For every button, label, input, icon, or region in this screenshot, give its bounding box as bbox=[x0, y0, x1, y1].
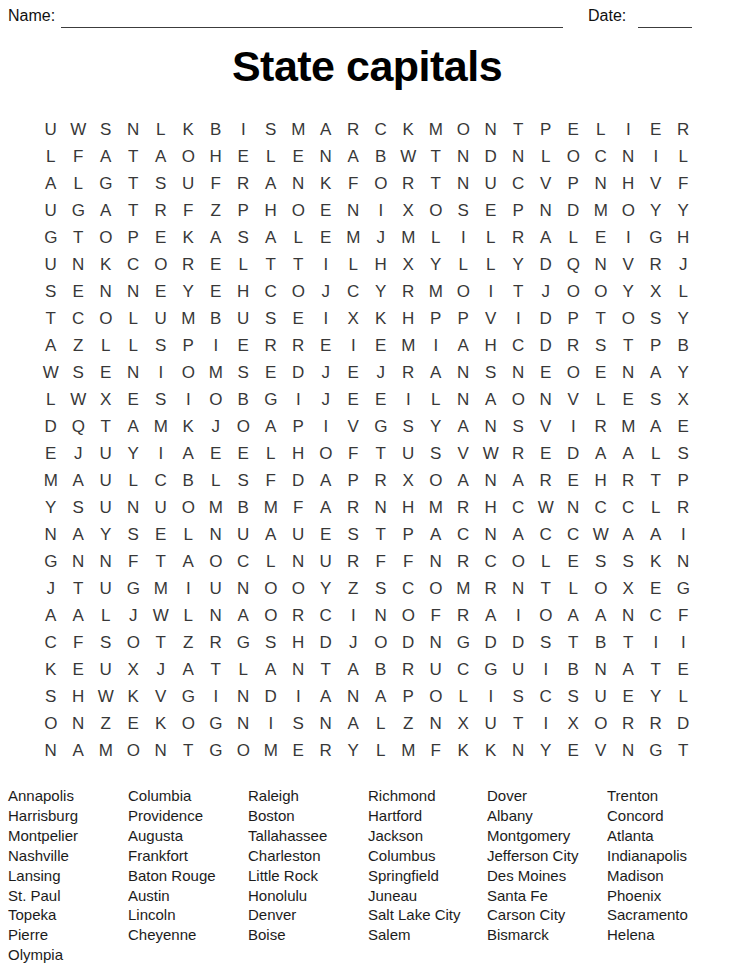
grid-cell[interactable]: M bbox=[92, 737, 120, 764]
grid-cell[interactable]: N bbox=[285, 548, 313, 575]
grid-cell[interactable]: F bbox=[65, 143, 93, 170]
grid-cell[interactable]: F bbox=[670, 602, 698, 629]
grid-cell[interactable]: L bbox=[587, 386, 615, 413]
grid-cell[interactable]: Y bbox=[367, 278, 395, 305]
grid-cell[interactable]: C bbox=[230, 548, 258, 575]
grid-cell[interactable]: T bbox=[65, 224, 93, 251]
grid-cell[interactable]: R bbox=[670, 116, 698, 143]
grid-cell[interactable]: R bbox=[670, 494, 698, 521]
grid-cell[interactable]: O bbox=[367, 170, 395, 197]
grid-cell[interactable]: O bbox=[147, 251, 175, 278]
grid-cell[interactable]: O bbox=[175, 143, 203, 170]
grid-cell[interactable]: M bbox=[615, 413, 643, 440]
grid-cell[interactable]: E bbox=[92, 359, 120, 386]
grid-cell[interactable]: I bbox=[257, 710, 285, 737]
grid-cell[interactable]: O bbox=[560, 278, 588, 305]
grid-cell[interactable]: R bbox=[477, 575, 505, 602]
grid-cell[interactable]: T bbox=[147, 629, 175, 656]
grid-cell[interactable]: Y bbox=[37, 494, 65, 521]
grid-cell[interactable]: L bbox=[37, 143, 65, 170]
grid-cell[interactable]: C bbox=[257, 278, 285, 305]
grid-cell[interactable]: E bbox=[670, 656, 698, 683]
grid-cell[interactable]: N bbox=[532, 197, 560, 224]
grid-cell[interactable]: A bbox=[257, 170, 285, 197]
grid-cell[interactable]: M bbox=[395, 332, 423, 359]
grid-cell[interactable]: J bbox=[202, 413, 230, 440]
date-input-line[interactable] bbox=[638, 27, 692, 28]
grid-cell[interactable]: V bbox=[340, 413, 368, 440]
grid-cell[interactable]: P bbox=[395, 683, 423, 710]
grid-cell[interactable]: L bbox=[642, 494, 670, 521]
grid-cell[interactable]: A bbox=[450, 413, 478, 440]
grid-cell[interactable]: Y bbox=[670, 359, 698, 386]
grid-cell[interactable]: V bbox=[477, 305, 505, 332]
grid-cell[interactable]: E bbox=[477, 197, 505, 224]
grid-cell[interactable]: K bbox=[367, 305, 395, 332]
grid-cell[interactable]: B bbox=[367, 143, 395, 170]
grid-cell[interactable]: N bbox=[312, 710, 340, 737]
grid-cell[interactable]: T bbox=[120, 197, 148, 224]
grid-cell[interactable]: M bbox=[450, 575, 478, 602]
grid-cell[interactable]: N bbox=[285, 170, 313, 197]
grid-cell[interactable]: S bbox=[670, 440, 698, 467]
grid-cell[interactable]: T bbox=[37, 305, 65, 332]
grid-cell[interactable]: S bbox=[340, 521, 368, 548]
grid-cell[interactable]: L bbox=[92, 332, 120, 359]
grid-cell[interactable]: K bbox=[477, 737, 505, 764]
grid-cell[interactable]: N bbox=[587, 251, 615, 278]
grid-cell[interactable]: A bbox=[37, 332, 65, 359]
grid-cell[interactable]: N bbox=[230, 710, 258, 737]
grid-cell[interactable]: P bbox=[120, 224, 148, 251]
grid-cell[interactable]: X bbox=[395, 251, 423, 278]
grid-cell[interactable]: N bbox=[92, 278, 120, 305]
grid-cell[interactable]: I bbox=[147, 440, 175, 467]
grid-cell[interactable]: E bbox=[202, 251, 230, 278]
grid-cell[interactable]: F bbox=[257, 467, 285, 494]
grid-cell[interactable]: L bbox=[120, 332, 148, 359]
grid-cell[interactable]: S bbox=[230, 359, 258, 386]
grid-cell[interactable]: W bbox=[37, 359, 65, 386]
grid-cell[interactable]: W bbox=[92, 683, 120, 710]
grid-cell[interactable]: G bbox=[65, 197, 93, 224]
grid-cell[interactable]: C bbox=[505, 170, 533, 197]
grid-cell[interactable]: N bbox=[615, 602, 643, 629]
grid-cell[interactable]: E bbox=[147, 224, 175, 251]
grid-cell[interactable]: O bbox=[285, 278, 313, 305]
grid-cell[interactable]: A bbox=[477, 602, 505, 629]
grid-cell[interactable]: N bbox=[505, 737, 533, 764]
grid-cell[interactable]: D bbox=[532, 305, 560, 332]
grid-cell[interactable]: U bbox=[37, 116, 65, 143]
grid-cell[interactable]: E bbox=[615, 683, 643, 710]
grid-cell[interactable]: R bbox=[257, 332, 285, 359]
grid-cell[interactable]: A bbox=[37, 602, 65, 629]
grid-cell[interactable]: V bbox=[532, 170, 560, 197]
grid-cell[interactable]: M bbox=[340, 224, 368, 251]
grid-cell[interactable]: U bbox=[202, 575, 230, 602]
grid-cell[interactable]: H bbox=[670, 224, 698, 251]
grid-cell[interactable]: Z bbox=[65, 332, 93, 359]
grid-cell[interactable]: O bbox=[505, 386, 533, 413]
grid-cell[interactable]: O bbox=[285, 197, 313, 224]
grid-cell[interactable]: N bbox=[65, 548, 93, 575]
grid-cell[interactable]: G bbox=[367, 413, 395, 440]
grid-cell[interactable]: H bbox=[395, 494, 423, 521]
grid-cell[interactable]: F bbox=[120, 548, 148, 575]
grid-cell[interactable]: Y bbox=[642, 197, 670, 224]
grid-cell[interactable]: R bbox=[367, 467, 395, 494]
grid-cell[interactable]: A bbox=[175, 548, 203, 575]
grid-cell[interactable]: U bbox=[587, 683, 615, 710]
grid-cell[interactable]: L bbox=[92, 602, 120, 629]
grid-cell[interactable]: O bbox=[615, 197, 643, 224]
grid-cell[interactable]: B bbox=[587, 629, 615, 656]
grid-cell[interactable]: U bbox=[395, 440, 423, 467]
grid-cell[interactable]: K bbox=[312, 170, 340, 197]
grid-cell[interactable]: U bbox=[505, 656, 533, 683]
grid-cell[interactable]: U bbox=[422, 656, 450, 683]
grid-cell[interactable]: V bbox=[450, 440, 478, 467]
grid-cell[interactable]: O bbox=[175, 710, 203, 737]
grid-cell[interactable]: E bbox=[120, 386, 148, 413]
grid-cell[interactable]: D bbox=[670, 710, 698, 737]
grid-cell[interactable]: M bbox=[147, 575, 175, 602]
grid-cell[interactable]: I bbox=[175, 575, 203, 602]
grid-cell[interactable]: F bbox=[670, 170, 698, 197]
grid-cell[interactable]: I bbox=[340, 332, 368, 359]
grid-cell[interactable]: K bbox=[450, 737, 478, 764]
grid-cell[interactable]: D bbox=[285, 359, 313, 386]
grid-cell[interactable]: S bbox=[257, 116, 285, 143]
grid-cell[interactable]: R bbox=[587, 413, 615, 440]
grid-cell[interactable]: V bbox=[587, 737, 615, 764]
grid-cell[interactable]: U bbox=[230, 521, 258, 548]
grid-cell[interactable]: Y bbox=[422, 251, 450, 278]
grid-cell[interactable]: R bbox=[615, 467, 643, 494]
grid-cell[interactable]: E bbox=[147, 521, 175, 548]
grid-cell[interactable]: Y bbox=[670, 197, 698, 224]
grid-cell[interactable]: E bbox=[532, 440, 560, 467]
grid-cell[interactable]: A bbox=[642, 413, 670, 440]
grid-cell[interactable]: E bbox=[340, 359, 368, 386]
grid-cell[interactable]: R bbox=[450, 494, 478, 521]
grid-cell[interactable]: M bbox=[257, 737, 285, 764]
grid-cell[interactable]: V bbox=[615, 251, 643, 278]
grid-cell[interactable]: C bbox=[120, 251, 148, 278]
grid-cell[interactable]: L bbox=[642, 440, 670, 467]
grid-cell[interactable]: N bbox=[65, 251, 93, 278]
grid-cell[interactable]: P bbox=[642, 332, 670, 359]
grid-cell[interactable]: O bbox=[202, 548, 230, 575]
grid-cell[interactable]: I bbox=[340, 602, 368, 629]
grid-cell[interactable]: B bbox=[560, 656, 588, 683]
grid-cell[interactable]: A bbox=[257, 521, 285, 548]
grid-cell[interactable]: A bbox=[257, 413, 285, 440]
grid-cell[interactable]: M bbox=[37, 467, 65, 494]
grid-cell[interactable]: J bbox=[367, 224, 395, 251]
grid-cell[interactable]: O bbox=[257, 575, 285, 602]
grid-cell[interactable]: C bbox=[615, 494, 643, 521]
grid-cell[interactable]: G bbox=[202, 737, 230, 764]
grid-cell[interactable]: T bbox=[505, 710, 533, 737]
grid-cell[interactable]: N bbox=[230, 575, 258, 602]
grid-cell[interactable]: D bbox=[505, 629, 533, 656]
grid-cell[interactable]: Q bbox=[560, 251, 588, 278]
grid-cell[interactable]: N bbox=[615, 737, 643, 764]
grid-cell[interactable]: E bbox=[367, 386, 395, 413]
grid-cell[interactable]: M bbox=[422, 278, 450, 305]
grid-cell[interactable]: D bbox=[560, 440, 588, 467]
grid-cell[interactable]: A bbox=[615, 656, 643, 683]
grid-cell[interactable]: T bbox=[312, 656, 340, 683]
grid-cell[interactable]: C bbox=[587, 143, 615, 170]
grid-cell[interactable]: E bbox=[367, 332, 395, 359]
grid-cell[interactable]: O bbox=[505, 548, 533, 575]
grid-cell[interactable]: Y bbox=[120, 440, 148, 467]
grid-cell[interactable]: R bbox=[312, 737, 340, 764]
grid-cell[interactable]: L bbox=[477, 224, 505, 251]
grid-cell[interactable]: E bbox=[230, 143, 258, 170]
grid-cell[interactable]: P bbox=[230, 197, 258, 224]
grid-cell[interactable]: I bbox=[202, 683, 230, 710]
grid-cell[interactable]: I bbox=[175, 386, 203, 413]
grid-cell[interactable]: Y bbox=[175, 278, 203, 305]
grid-cell[interactable]: F bbox=[367, 548, 395, 575]
grid-cell[interactable]: E bbox=[202, 278, 230, 305]
grid-cell[interactable]: G bbox=[230, 629, 258, 656]
grid-cell[interactable]: H bbox=[65, 683, 93, 710]
grid-cell[interactable]: L bbox=[670, 278, 698, 305]
grid-cell[interactable]: K bbox=[395, 116, 423, 143]
grid-cell[interactable]: T bbox=[92, 413, 120, 440]
grid-cell[interactable]: N bbox=[422, 710, 450, 737]
grid-cell[interactable]: L bbox=[230, 656, 258, 683]
grid-cell[interactable]: X bbox=[560, 710, 588, 737]
grid-cell[interactable]: J bbox=[37, 575, 65, 602]
grid-cell[interactable]: W bbox=[147, 602, 175, 629]
grid-cell[interactable]: L bbox=[257, 548, 285, 575]
grid-cell[interactable]: S bbox=[147, 332, 175, 359]
grid-cell[interactable]: R bbox=[395, 278, 423, 305]
grid-cell[interactable]: N bbox=[367, 494, 395, 521]
grid-cell[interactable]: S bbox=[642, 386, 670, 413]
grid-cell[interactable]: C bbox=[477, 548, 505, 575]
grid-cell[interactable]: W bbox=[395, 143, 423, 170]
grid-cell[interactable]: R bbox=[395, 656, 423, 683]
grid-cell[interactable]: A bbox=[37, 170, 65, 197]
grid-cell[interactable]: P bbox=[175, 332, 203, 359]
grid-cell[interactable]: J bbox=[312, 359, 340, 386]
grid-cell[interactable]: I bbox=[312, 251, 340, 278]
grid-cell[interactable]: S bbox=[505, 413, 533, 440]
grid-cell[interactable]: Z bbox=[395, 710, 423, 737]
grid-cell[interactable]: M bbox=[175, 305, 203, 332]
grid-cell[interactable]: T bbox=[257, 251, 285, 278]
grid-cell[interactable]: S bbox=[230, 224, 258, 251]
grid-cell[interactable]: H bbox=[230, 278, 258, 305]
grid-cell[interactable]: R bbox=[450, 602, 478, 629]
grid-cell[interactable]: M bbox=[147, 413, 175, 440]
grid-cell[interactable]: X bbox=[92, 386, 120, 413]
grid-cell[interactable]: T bbox=[422, 170, 450, 197]
grid-cell[interactable]: L bbox=[175, 521, 203, 548]
grid-cell[interactable]: O bbox=[175, 494, 203, 521]
grid-cell[interactable]: F bbox=[202, 170, 230, 197]
grid-cell[interactable]: I bbox=[202, 332, 230, 359]
grid-cell[interactable]: U bbox=[37, 197, 65, 224]
grid-cell[interactable]: V bbox=[147, 683, 175, 710]
grid-cell[interactable]: N bbox=[120, 116, 148, 143]
grid-cell[interactable]: M bbox=[257, 494, 285, 521]
grid-cell[interactable]: L bbox=[202, 467, 230, 494]
grid-cell[interactable]: A bbox=[422, 521, 450, 548]
grid-cell[interactable]: V bbox=[642, 170, 670, 197]
grid-cell[interactable]: E bbox=[312, 521, 340, 548]
grid-cell[interactable]: U bbox=[92, 440, 120, 467]
grid-cell[interactable]: I bbox=[477, 683, 505, 710]
grid-cell[interactable]: J bbox=[65, 440, 93, 467]
grid-cell[interactable]: G bbox=[175, 683, 203, 710]
grid-cell[interactable]: X bbox=[395, 467, 423, 494]
grid-cell[interactable]: O bbox=[175, 359, 203, 386]
grid-cell[interactable]: N bbox=[615, 143, 643, 170]
grid-cell[interactable]: K bbox=[175, 413, 203, 440]
grid-cell[interactable]: R bbox=[532, 467, 560, 494]
grid-cell[interactable]: I bbox=[477, 278, 505, 305]
grid-cell[interactable]: A bbox=[340, 710, 368, 737]
grid-cell[interactable]: N bbox=[450, 386, 478, 413]
grid-cell[interactable]: T bbox=[285, 251, 313, 278]
grid-cell[interactable]: W bbox=[532, 494, 560, 521]
grid-cell[interactable]: I bbox=[615, 224, 643, 251]
grid-cell[interactable]: I bbox=[505, 305, 533, 332]
grid-cell[interactable]: E bbox=[230, 440, 258, 467]
grid-cell[interactable]: N bbox=[230, 683, 258, 710]
grid-cell[interactable]: F bbox=[340, 440, 368, 467]
grid-cell[interactable]: P bbox=[560, 305, 588, 332]
grid-cell[interactable]: E bbox=[587, 359, 615, 386]
grid-cell[interactable]: S bbox=[230, 467, 258, 494]
grid-cell[interactable]: S bbox=[587, 332, 615, 359]
grid-cell[interactable]: S bbox=[147, 170, 175, 197]
grid-cell[interactable]: A bbox=[147, 143, 175, 170]
grid-cell[interactable]: L bbox=[257, 143, 285, 170]
grid-cell[interactable]: H bbox=[477, 494, 505, 521]
grid-cell[interactable]: R bbox=[147, 197, 175, 224]
grid-cell[interactable]: S bbox=[257, 305, 285, 332]
grid-cell[interactable]: A bbox=[340, 143, 368, 170]
grid-cell[interactable]: K bbox=[147, 710, 175, 737]
grid-cell[interactable]: C bbox=[37, 629, 65, 656]
grid-cell[interactable]: G bbox=[450, 629, 478, 656]
grid-cell[interactable]: I bbox=[312, 413, 340, 440]
grid-cell[interactable]: E bbox=[120, 710, 148, 737]
grid-cell[interactable]: T bbox=[120, 170, 148, 197]
grid-cell[interactable]: L bbox=[367, 710, 395, 737]
grid-cell[interactable]: E bbox=[532, 359, 560, 386]
grid-cell[interactable]: A bbox=[615, 440, 643, 467]
grid-cell[interactable]: Y bbox=[670, 305, 698, 332]
grid-cell[interactable]: W bbox=[477, 440, 505, 467]
grid-cell[interactable]: N bbox=[587, 656, 615, 683]
grid-cell[interactable]: N bbox=[505, 575, 533, 602]
grid-cell[interactable]: A bbox=[367, 683, 395, 710]
grid-cell[interactable]: D bbox=[312, 629, 340, 656]
grid-cell[interactable]: N bbox=[422, 629, 450, 656]
grid-cell[interactable]: S bbox=[477, 359, 505, 386]
grid-cell[interactable]: S bbox=[147, 386, 175, 413]
grid-cell[interactable]: M bbox=[395, 224, 423, 251]
grid-cell[interactable]: A bbox=[175, 656, 203, 683]
grid-cell[interactable]: L bbox=[560, 224, 588, 251]
grid-cell[interactable]: F bbox=[285, 494, 313, 521]
grid-cell[interactable]: A bbox=[65, 521, 93, 548]
grid-cell[interactable]: C bbox=[367, 116, 395, 143]
grid-cell[interactable]: O bbox=[230, 413, 258, 440]
grid-cell[interactable]: U bbox=[312, 548, 340, 575]
grid-cell[interactable]: S bbox=[37, 278, 65, 305]
grid-cell[interactable]: L bbox=[422, 386, 450, 413]
grid-cell[interactable]: I bbox=[230, 116, 258, 143]
name-input-line[interactable] bbox=[61, 27, 563, 28]
grid-cell[interactable]: X bbox=[450, 710, 478, 737]
grid-cell[interactable]: T bbox=[532, 575, 560, 602]
grid-cell[interactable]: C bbox=[147, 467, 175, 494]
grid-cell[interactable]: E bbox=[615, 386, 643, 413]
grid-cell[interactable]: S bbox=[65, 359, 93, 386]
grid-cell[interactable]: I bbox=[670, 521, 698, 548]
grid-cell[interactable]: E bbox=[560, 737, 588, 764]
grid-cell[interactable]: R bbox=[450, 548, 478, 575]
grid-cell[interactable]: Y bbox=[92, 521, 120, 548]
grid-cell[interactable]: H bbox=[395, 305, 423, 332]
grid-cell[interactable]: P bbox=[285, 413, 313, 440]
grid-cell[interactable]: P bbox=[450, 305, 478, 332]
grid-cell[interactable]: O bbox=[587, 710, 615, 737]
grid-cell[interactable]: I bbox=[532, 710, 560, 737]
grid-cell[interactable]: C bbox=[505, 332, 533, 359]
grid-cell[interactable]: S bbox=[560, 683, 588, 710]
grid-cell[interactable]: M bbox=[202, 494, 230, 521]
grid-cell[interactable]: U bbox=[92, 494, 120, 521]
grid-cell[interactable]: Y bbox=[615, 278, 643, 305]
grid-cell[interactable]: E bbox=[285, 737, 313, 764]
grid-cell[interactable]: A bbox=[505, 521, 533, 548]
grid-cell[interactable]: L bbox=[175, 602, 203, 629]
grid-cell[interactable]: P bbox=[395, 521, 423, 548]
grid-cell[interactable]: L bbox=[532, 548, 560, 575]
grid-cell[interactable]: O bbox=[92, 224, 120, 251]
grid-cell[interactable]: C bbox=[642, 602, 670, 629]
grid-cell[interactable]: E bbox=[285, 143, 313, 170]
grid-cell[interactable]: A bbox=[257, 224, 285, 251]
grid-cell[interactable]: E bbox=[587, 224, 615, 251]
grid-cell[interactable]: N bbox=[340, 683, 368, 710]
grid-cell[interactable]: V bbox=[532, 413, 560, 440]
grid-cell[interactable]: V bbox=[560, 386, 588, 413]
grid-cell[interactable]: A bbox=[340, 656, 368, 683]
grid-cell[interactable]: T bbox=[670, 737, 698, 764]
grid-cell[interactable]: T bbox=[505, 116, 533, 143]
grid-cell[interactable]: R bbox=[615, 710, 643, 737]
grid-cell[interactable]: C bbox=[532, 521, 560, 548]
grid-cell[interactable]: W bbox=[65, 386, 93, 413]
grid-cell[interactable]: D bbox=[532, 332, 560, 359]
grid-cell[interactable]: W bbox=[587, 521, 615, 548]
grid-cell[interactable]: O bbox=[587, 575, 615, 602]
grid-cell[interactable]: G bbox=[37, 224, 65, 251]
